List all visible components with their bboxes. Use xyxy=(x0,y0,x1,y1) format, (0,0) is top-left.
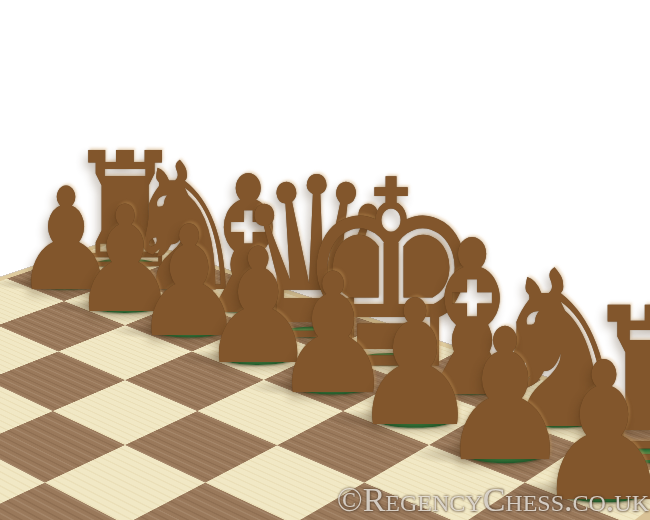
chess-board xyxy=(0,235,650,520)
watermark: ©RegencyChess.co.uk xyxy=(337,481,649,519)
product-photo: ♜♞♟♝♟♛♟♚♟♝♟♞♟♜♟♟ ©RegencyChess.co.uk xyxy=(0,0,650,520)
